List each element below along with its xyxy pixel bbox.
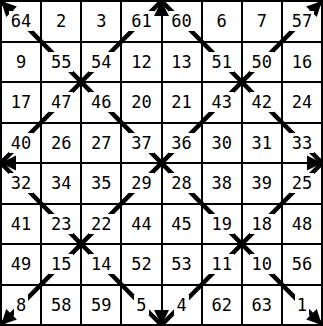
cell-number: 29 <box>129 173 153 193</box>
cell-number: 4 <box>174 295 188 315</box>
grid-cell: 36 <box>163 124 201 163</box>
grid-cell: 48 <box>283 205 321 244</box>
grid-cell: 6 <box>203 2 241 41</box>
grid-cell: 56 <box>283 245 321 284</box>
grid-cell: 45 <box>163 205 201 244</box>
grid-cell: 10 <box>243 245 281 284</box>
cell-number: 45 <box>169 214 193 234</box>
cell-number: 12 <box>129 52 153 72</box>
cell-number: 48 <box>290 214 314 234</box>
grid-cell: 49 <box>2 245 40 284</box>
grid-cell: 44 <box>122 205 160 244</box>
cell-number: 30 <box>209 133 233 153</box>
grid-cell: 32 <box>2 164 40 203</box>
cell-number: 8 <box>14 295 28 315</box>
cell-number: 54 <box>89 52 113 72</box>
cell-number: 33 <box>290 133 314 153</box>
cell-number: 52 <box>129 254 153 274</box>
cell-number: 3 <box>94 11 108 31</box>
cell-number: 56 <box>290 254 314 274</box>
grid-cell: 51 <box>203 43 241 82</box>
cell-number: 19 <box>209 214 233 234</box>
grid-cell: 60 <box>163 2 201 41</box>
cell-number: 36 <box>169 133 193 153</box>
grid-cell: 40 <box>2 124 40 163</box>
cell-number: 58 <box>49 295 73 315</box>
grid-cell: 64 <box>2 2 40 41</box>
grid-cell: 14 <box>82 245 120 284</box>
cell-number: 27 <box>89 133 113 153</box>
grid-cell: 37 <box>122 124 160 163</box>
grid-cell: 5 <box>122 286 160 325</box>
cell-number: 10 <box>250 254 274 274</box>
cell-number: 47 <box>49 92 73 112</box>
grid-cell: 61 <box>122 2 160 41</box>
cell-number: 24 <box>290 92 314 112</box>
grid-cell: 63 <box>243 286 281 325</box>
grid-cell: 27 <box>82 124 120 163</box>
cell-number: 46 <box>89 92 113 112</box>
cell-number: 14 <box>89 254 113 274</box>
cell-number: 62 <box>209 295 233 315</box>
grid-cell: 33 <box>283 124 321 163</box>
cell-number: 34 <box>49 173 73 193</box>
cell-number: 32 <box>9 173 33 193</box>
grid-cell: 58 <box>42 286 80 325</box>
grid-cell: 59 <box>82 286 120 325</box>
cell-number: 63 <box>250 295 274 315</box>
cell-number: 15 <box>49 254 73 274</box>
cell-number: 55 <box>49 52 73 72</box>
cell-number: 38 <box>209 173 233 193</box>
grid-cell: 4 <box>163 286 201 325</box>
grid-cell: 9 <box>2 43 40 82</box>
grid-cell: 35 <box>82 164 120 203</box>
cell-number: 21 <box>169 92 193 112</box>
grid-cell: 21 <box>163 83 201 122</box>
grid-cell: 2 <box>42 2 80 41</box>
cell-number: 41 <box>9 214 33 234</box>
grid-cell: 55 <box>42 43 80 82</box>
cell-number: 2 <box>54 11 68 31</box>
cell-number: 39 <box>250 173 274 193</box>
cell-number: 16 <box>290 52 314 72</box>
grid-cell: 34 <box>42 164 80 203</box>
grid-cell: 16 <box>283 43 321 82</box>
cell-number: 40 <box>9 133 33 153</box>
grid-cell: 11 <box>203 245 241 284</box>
cell-number: 18 <box>250 214 274 234</box>
cell-number: 51 <box>209 52 233 72</box>
cell-number: 28 <box>169 173 193 193</box>
cell-number: 11 <box>209 254 233 274</box>
grid-cell: 3 <box>82 2 120 41</box>
grid-cell: 25 <box>283 164 321 203</box>
grid-cell: 38 <box>203 164 241 203</box>
grid-cell: 1 <box>283 286 321 325</box>
cell-number: 53 <box>169 254 193 274</box>
grid-cell: 31 <box>243 124 281 163</box>
magic-square-grid: 6423616067579555412135150161747462021434… <box>0 0 323 326</box>
grid-cell: 19 <box>203 205 241 244</box>
grid-cell: 23 <box>42 205 80 244</box>
grid-cell: 7 <box>243 2 281 41</box>
cell-number: 5 <box>134 295 148 315</box>
cell-number: 22 <box>89 214 113 234</box>
grid-cell: 24 <box>283 83 321 122</box>
grid-cell: 8 <box>2 286 40 325</box>
cell-number: 31 <box>250 133 274 153</box>
cell-number: 59 <box>89 295 113 315</box>
cell-number: 42 <box>250 92 274 112</box>
cell-number: 1 <box>295 295 309 315</box>
grid-cell: 18 <box>243 205 281 244</box>
grid-cell: 15 <box>42 245 80 284</box>
grid-cell: 57 <box>283 2 321 41</box>
grid-cell: 42 <box>243 83 281 122</box>
grid-cell: 12 <box>122 43 160 82</box>
cell-number: 61 <box>129 11 153 31</box>
cell-number: 17 <box>9 92 33 112</box>
grid-cell: 53 <box>163 245 201 284</box>
cell-number: 60 <box>169 11 193 31</box>
cell-number: 9 <box>14 52 28 72</box>
grid-cell: 50 <box>243 43 281 82</box>
cell-number: 35 <box>89 173 113 193</box>
grid-cell: 47 <box>42 83 80 122</box>
magic-square-board: 6423616067579555412135150161747462021434… <box>0 0 323 326</box>
cell-number: 26 <box>49 133 73 153</box>
cell-number: 44 <box>129 214 153 234</box>
grid-cell: 54 <box>82 43 120 82</box>
grid-cell: 39 <box>243 164 281 203</box>
grid-cell: 52 <box>122 245 160 284</box>
grid-cell: 30 <box>203 124 241 163</box>
grid-cell: 43 <box>203 83 241 122</box>
cell-number: 20 <box>129 92 153 112</box>
grid-cell: 22 <box>82 205 120 244</box>
cell-number: 6 <box>215 11 229 31</box>
cell-number: 25 <box>290 173 314 193</box>
cell-number: 23 <box>49 214 73 234</box>
cell-number: 43 <box>209 92 233 112</box>
cell-number: 37 <box>129 133 153 153</box>
cell-number: 50 <box>250 52 274 72</box>
grid-cell: 13 <box>163 43 201 82</box>
grid-cell: 29 <box>122 164 160 203</box>
grid-cell: 20 <box>122 83 160 122</box>
cell-number: 64 <box>9 11 33 31</box>
cell-number: 7 <box>255 11 269 31</box>
cell-number: 49 <box>9 254 33 274</box>
grid-cell: 41 <box>2 205 40 244</box>
cell-number: 13 <box>169 52 193 72</box>
grid-cell: 62 <box>203 286 241 325</box>
grid-cell: 28 <box>163 164 201 203</box>
grid-cell: 17 <box>2 83 40 122</box>
grid-cell: 26 <box>42 124 80 163</box>
cell-number: 57 <box>290 11 314 31</box>
grid-cell: 46 <box>82 83 120 122</box>
